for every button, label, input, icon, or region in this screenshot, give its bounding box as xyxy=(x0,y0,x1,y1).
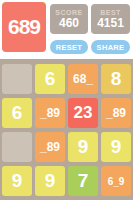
tile-9: 9 xyxy=(35,166,65,196)
best-value: 4151 xyxy=(97,17,124,30)
game-board[interactable]: 668_86_8923_89_89999976_9 xyxy=(0,59,133,200)
tile-_89: _89 xyxy=(35,98,65,128)
best-box: BEST 4151 xyxy=(91,4,130,34)
app-window: 689 SCORE 460 BEST 4151 RESET SHARE 668_… xyxy=(0,0,133,200)
tile-68_: 68_ xyxy=(68,64,98,94)
reset-button[interactable]: RESET xyxy=(50,40,88,54)
tile-9: 9 xyxy=(68,132,98,162)
tile-9: 9 xyxy=(2,166,32,196)
score-value: 460 xyxy=(59,17,79,30)
share-button[interactable]: SHARE xyxy=(91,40,130,54)
tile-_89: _89 xyxy=(101,98,131,128)
score-box: SCORE 460 xyxy=(50,4,88,34)
tile-8: 8 xyxy=(101,64,131,94)
tile-6: 6 xyxy=(2,98,32,128)
empty-cell xyxy=(2,64,32,94)
empty-cell xyxy=(2,132,32,162)
tile-23: 23 xyxy=(68,98,98,128)
game-logo: 689 xyxy=(2,2,46,52)
tile-_89: _89 xyxy=(35,132,65,162)
header-bar: 689 SCORE 460 BEST 4151 RESET SHARE xyxy=(0,0,133,59)
tile-6_9: 6_9 xyxy=(101,166,131,196)
tile-7: 7 xyxy=(68,166,98,196)
tile-6: 6 xyxy=(35,64,65,94)
tile-9: 9 xyxy=(101,132,131,162)
